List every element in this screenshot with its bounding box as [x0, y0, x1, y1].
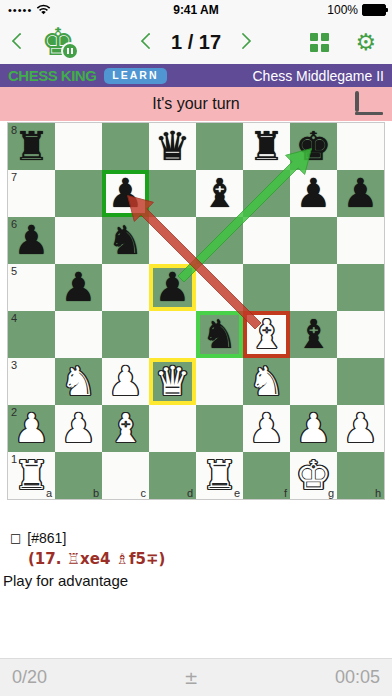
square-c3[interactable]: ♟: [102, 358, 149, 405]
score-progress: 0/20: [12, 667, 47, 688]
course-title: Chess Middlegame II: [252, 68, 384, 84]
square-e5[interactable]: [196, 264, 243, 311]
square-g8[interactable]: ♚: [290, 123, 337, 170]
turn-message: It's your turn: [152, 95, 240, 113]
chess-board: 8♜♛♜♚7♟♝♟♟6♟♞5♟♟4♞♝♝3♞♟♛♞2♟♟♝♟♟♟1a♜bcde♜…: [7, 122, 385, 500]
square-h4[interactable]: [337, 311, 384, 358]
file-label-h: h: [375, 487, 381, 499]
turn-banner: It's your turn: [0, 87, 392, 121]
square-b7[interactable]: [55, 170, 102, 217]
status-bar: ••••• 9:41 AM 100%: [0, 0, 392, 20]
square-c7[interactable]: ♟: [102, 170, 149, 217]
square-b3[interactable]: ♞: [55, 358, 102, 405]
file-label-e: e: [234, 487, 240, 499]
square-f3[interactable]: ♞: [243, 358, 290, 405]
rank-label-8: 8: [11, 124, 17, 136]
rank-label-5: 5: [11, 265, 17, 277]
piece-white-knight: ♞: [55, 358, 102, 405]
variation-line: (17. ♖xe4 ♗f5∓): [0, 548, 392, 570]
next-puzzle-button[interactable]: [237, 33, 249, 51]
square-a4[interactable]: 4: [8, 311, 55, 358]
square-b1[interactable]: b: [55, 452, 102, 499]
square-c1[interactable]: c: [102, 452, 149, 499]
piece-black-knight: ♞: [196, 311, 243, 358]
square-c6[interactable]: ♞: [102, 217, 149, 264]
rank-label-3: 3: [11, 359, 17, 371]
chess-king-app: { "game": "chess", "position": { "fen": …: [0, 0, 392, 696]
battery-icon: [362, 4, 386, 16]
elapsed-timer: 00:05: [335, 667, 380, 688]
rank-label-7: 7: [11, 171, 17, 183]
piece-black-bishop: ♝: [290, 311, 337, 358]
square-d1[interactable]: d: [149, 452, 196, 499]
square-f8[interactable]: ♜: [243, 123, 290, 170]
evaluation-symbol: ±: [184, 668, 198, 688]
square-d4[interactable]: [149, 311, 196, 358]
puzzle-counter: 1 / 17: [171, 31, 221, 54]
square-b6[interactable]: [55, 217, 102, 264]
piece-white-bishop: ♝: [102, 405, 149, 452]
piece-black-pawn: ♟: [337, 170, 384, 217]
square-g3[interactable]: [290, 358, 337, 405]
square-d3[interactable]: ♛: [149, 358, 196, 405]
piece-black-rook: ♜: [243, 123, 290, 170]
learn-badge: LEARN: [104, 68, 166, 84]
square-a8[interactable]: 8♜: [8, 123, 55, 170]
square-e6[interactable]: [196, 217, 243, 264]
square-g2[interactable]: ♟: [290, 405, 337, 452]
piece-white-queen: ♛: [149, 358, 196, 405]
puzzle-id: [#861]: [27, 530, 66, 546]
brand-bar: CHESS KING LEARN Chess Middlegame II: [0, 64, 392, 87]
square-f5[interactable]: [243, 264, 290, 311]
square-e1[interactable]: e♜: [196, 452, 243, 499]
square-g7[interactable]: ♟: [290, 170, 337, 217]
square-c5[interactable]: [102, 264, 149, 311]
piece-black-bishop: ♝: [196, 170, 243, 217]
square-h3[interactable]: [337, 358, 384, 405]
prev-chevron-icon: [140, 33, 157, 50]
navigation-bar: ♚ 1 / 17 ⚙: [0, 20, 392, 64]
square-b4[interactable]: [55, 311, 102, 358]
piece-white-pawn: ♟: [290, 405, 337, 452]
square-b5[interactable]: ♟: [55, 264, 102, 311]
white-to-move-icon: □: [10, 531, 21, 545]
piece-black-king: ♚: [290, 123, 337, 170]
piece-white-pawn: ♟: [243, 405, 290, 452]
rank-label-4: 4: [11, 312, 17, 324]
piece-black-pawn: ♟: [55, 264, 102, 311]
square-g4[interactable]: ♝: [290, 311, 337, 358]
file-label-c: c: [141, 487, 147, 499]
square-h5[interactable]: [337, 264, 384, 311]
rank-label-1: 1: [11, 453, 17, 465]
piece-white-pawn: ♟: [102, 358, 149, 405]
square-e2[interactable]: [196, 405, 243, 452]
square-c8[interactable]: [102, 123, 149, 170]
square-b2[interactable]: ♟: [55, 405, 102, 452]
square-h6[interactable]: [337, 217, 384, 264]
piece-white-pawn: ♟: [337, 405, 384, 452]
square-a7[interactable]: 7: [8, 170, 55, 217]
piece-black-queen: ♛: [149, 123, 196, 170]
square-e8[interactable]: [196, 123, 243, 170]
square-d7[interactable]: [149, 170, 196, 217]
square-c2[interactable]: ♝: [102, 405, 149, 452]
piece-black-pawn: ♟: [149, 264, 196, 311]
file-label-a: a: [46, 487, 52, 499]
piece-white-knight: ♞: [243, 358, 290, 405]
square-e4[interactable]: ♞: [196, 311, 243, 358]
square-g5[interactable]: [290, 264, 337, 311]
square-h8[interactable]: [337, 123, 384, 170]
square-a6[interactable]: 6♟: [8, 217, 55, 264]
square-c4[interactable]: [102, 311, 149, 358]
piece-white-bishop: ♝: [243, 311, 290, 358]
square-a5[interactable]: 5: [8, 264, 55, 311]
computer-opponent-icon[interactable]: [355, 93, 383, 115]
file-label-f: f: [284, 487, 287, 499]
square-f1[interactable]: f: [243, 452, 290, 499]
settings-gear-button[interactable]: ⚙: [355, 31, 376, 54]
next-chevron-icon: [235, 33, 252, 50]
square-h2[interactable]: ♟: [337, 405, 384, 452]
file-label-g: g: [328, 487, 334, 499]
puzzle-instruction: Play for advantage: [0, 570, 392, 592]
square-b8[interactable]: [55, 123, 102, 170]
bottom-status-bar: 0/20 ± 00:05: [0, 658, 392, 696]
square-d6[interactable]: [149, 217, 196, 264]
square-d5[interactable]: ♟: [149, 264, 196, 311]
square-e3[interactable]: [196, 358, 243, 405]
piece-black-pawn: ♟: [290, 170, 337, 217]
piece-white-pawn: ♟: [55, 405, 102, 452]
board-grid: 8♜♛♜♚7♟♝♟♟6♟♞5♟♟4♞♝♝3♞♟♛♞2♟♟♝♟♟♟1a♜bcde♜…: [8, 123, 384, 499]
piece-black-knight: ♞: [102, 217, 149, 264]
square-a3[interactable]: 3: [8, 358, 55, 405]
square-d8[interactable]: ♛: [149, 123, 196, 170]
square-f7[interactable]: [243, 170, 290, 217]
square-f2[interactable]: ♟: [243, 405, 290, 452]
rank-label-6: 6: [11, 218, 17, 230]
square-g6[interactable]: [290, 217, 337, 264]
square-h1[interactable]: h: [337, 452, 384, 499]
puzzle-list-button[interactable]: [310, 33, 329, 52]
battery-percent: 100%: [327, 3, 358, 17]
chess-king-wordmark: CHESS KING: [8, 64, 96, 87]
square-h7[interactable]: ♟: [337, 170, 384, 217]
square-d2[interactable]: [149, 405, 196, 452]
prev-puzzle-button[interactable]: [143, 33, 155, 51]
square-g1[interactable]: g♚: [290, 452, 337, 499]
square-f6[interactable]: [243, 217, 290, 264]
file-label-b: b: [93, 487, 99, 499]
square-f4[interactable]: ♝: [243, 311, 290, 358]
square-a1[interactable]: 1a♜: [8, 452, 55, 499]
file-label-d: d: [187, 487, 193, 499]
rank-label-2: 2: [11, 406, 17, 418]
square-a2[interactable]: 2♟: [8, 405, 55, 452]
piece-black-pawn: ♟: [102, 170, 149, 217]
puzzle-caption: □ [#861] (17. ♖xe4 ♗f5∓) Play for advant…: [0, 500, 392, 592]
square-e7[interactable]: ♝: [196, 170, 243, 217]
